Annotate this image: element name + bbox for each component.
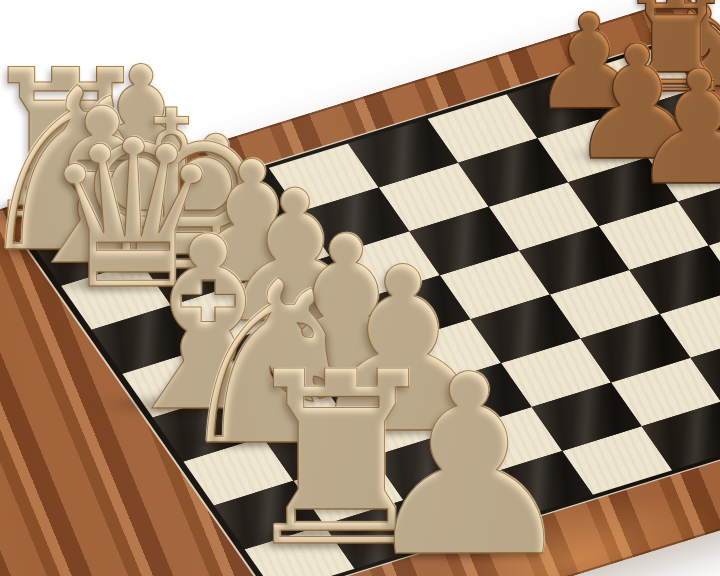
pieces-layer: ♜♞♝♛♚♝♞♜♟♟♟♟♟♟♟♟♟♜♞♟ <box>0 0 720 576</box>
chess-photo-scene: ♜♞♝♛♚♝♞♜♟♟♟♟♟♟♟♟♟♜♞♟ <box>0 0 720 576</box>
pawn-icon: ♟ <box>357 342 581 576</box>
white-pawn-h2[interactable]: ♟ <box>357 342 581 576</box>
black-pawn-c7[interactable]: ♟ <box>628 49 720 207</box>
pawn-icon: ♟ <box>628 49 720 207</box>
